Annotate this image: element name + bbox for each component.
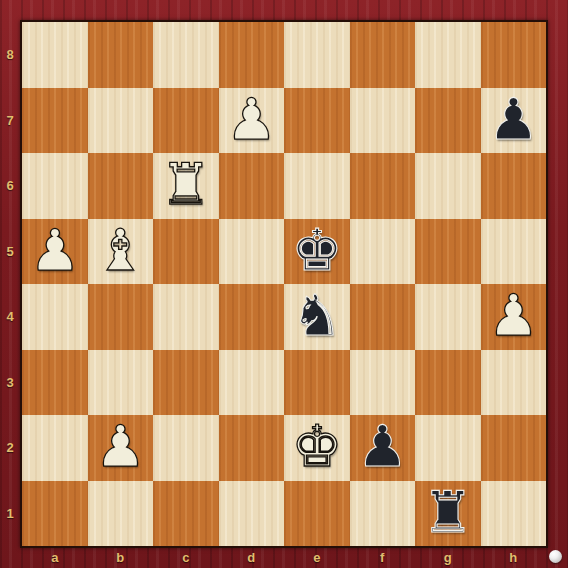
file-label-h: h <box>481 546 547 568</box>
piece-black-knight[interactable]: ♞ <box>291 287 342 344</box>
square-e3[interactable] <box>284 350 350 416</box>
square-g8[interactable] <box>415 22 481 88</box>
white-to-move-indicator <box>549 550 562 563</box>
square-h8[interactable] <box>481 22 547 88</box>
square-g7[interactable] <box>415 88 481 154</box>
square-b4[interactable] <box>88 284 154 350</box>
square-b6[interactable] <box>88 153 154 219</box>
square-c3[interactable] <box>153 350 219 416</box>
square-d7[interactable]: ♟ <box>219 88 285 154</box>
rank-label-5: 5 <box>0 219 20 285</box>
square-e5[interactable]: ♚ <box>284 219 350 285</box>
file-label-c: c <box>153 546 219 568</box>
piece-white-pawn[interactable]: ♟ <box>488 287 539 344</box>
square-e1[interactable] <box>284 481 350 547</box>
piece-white-pawn[interactable]: ♟ <box>95 418 146 475</box>
square-a6[interactable] <box>22 153 88 219</box>
rank-label-7: 7 <box>0 88 20 154</box>
square-c1[interactable] <box>153 481 219 547</box>
square-h4[interactable]: ♟ <box>481 284 547 350</box>
square-f5[interactable] <box>350 219 416 285</box>
square-f7[interactable] <box>350 88 416 154</box>
square-g1[interactable]: ♜ <box>415 481 481 547</box>
chess-board: ♟♟♜♟♝♚♞♟♟♚♟♜ <box>22 22 546 546</box>
square-g6[interactable] <box>415 153 481 219</box>
square-f2[interactable]: ♟ <box>350 415 416 481</box>
square-a4[interactable] <box>22 284 88 350</box>
square-b8[interactable] <box>88 22 154 88</box>
square-b1[interactable] <box>88 481 154 547</box>
piece-white-pawn[interactable]: ♟ <box>226 91 277 148</box>
square-d8[interactable] <box>219 22 285 88</box>
chess-board-frame: ♟♟♜♟♝♚♞♟♟♚♟♜ 87654321 abcdefgh <box>0 0 568 568</box>
square-h7[interactable]: ♟ <box>481 88 547 154</box>
piece-white-pawn[interactable]: ♟ <box>29 222 80 279</box>
square-g4[interactable] <box>415 284 481 350</box>
square-d6[interactable] <box>219 153 285 219</box>
square-e8[interactable] <box>284 22 350 88</box>
piece-white-king[interactable]: ♚ <box>291 418 342 475</box>
square-b3[interactable] <box>88 350 154 416</box>
rank-label-3: 3 <box>0 350 20 416</box>
square-e4[interactable]: ♞ <box>284 284 350 350</box>
square-a2[interactable] <box>22 415 88 481</box>
square-g2[interactable] <box>415 415 481 481</box>
file-label-e: e <box>284 546 350 568</box>
square-f6[interactable] <box>350 153 416 219</box>
rank-label-1: 1 <box>0 481 20 547</box>
square-b5[interactable]: ♝ <box>88 219 154 285</box>
file-label-f: f <box>350 546 416 568</box>
file-label-b: b <box>88 546 154 568</box>
piece-black-pawn[interactable]: ♟ <box>357 418 408 475</box>
rank-label-4: 4 <box>0 284 20 350</box>
file-labels: abcdefgh <box>22 546 546 568</box>
square-d2[interactable] <box>219 415 285 481</box>
piece-white-bishop[interactable]: ♝ <box>95 222 146 279</box>
piece-black-rook[interactable]: ♜ <box>422 484 473 541</box>
square-h2[interactable] <box>481 415 547 481</box>
square-e2[interactable]: ♚ <box>284 415 350 481</box>
square-a7[interactable] <box>22 88 88 154</box>
square-a3[interactable] <box>22 350 88 416</box>
square-h3[interactable] <box>481 350 547 416</box>
square-c6[interactable]: ♜ <box>153 153 219 219</box>
square-g5[interactable] <box>415 219 481 285</box>
square-d4[interactable] <box>219 284 285 350</box>
square-h1[interactable] <box>481 481 547 547</box>
file-label-g: g <box>415 546 481 568</box>
piece-white-rook[interactable]: ♜ <box>160 156 211 213</box>
square-c4[interactable] <box>153 284 219 350</box>
square-e6[interactable] <box>284 153 350 219</box>
square-d1[interactable] <box>219 481 285 547</box>
square-d5[interactable] <box>219 219 285 285</box>
board-outline: ♟♟♜♟♝♚♞♟♟♚♟♜ <box>20 20 548 548</box>
rank-label-2: 2 <box>0 415 20 481</box>
square-d3[interactable] <box>219 350 285 416</box>
square-c2[interactable] <box>153 415 219 481</box>
square-f3[interactable] <box>350 350 416 416</box>
square-b7[interactable] <box>88 88 154 154</box>
piece-black-king[interactable]: ♚ <box>291 222 342 279</box>
rank-label-8: 8 <box>0 22 20 88</box>
square-b2[interactable]: ♟ <box>88 415 154 481</box>
square-a8[interactable] <box>22 22 88 88</box>
square-f1[interactable] <box>350 481 416 547</box>
file-label-d: d <box>219 546 285 568</box>
square-c8[interactable] <box>153 22 219 88</box>
square-h6[interactable] <box>481 153 547 219</box>
square-a1[interactable] <box>22 481 88 547</box>
square-e7[interactable] <box>284 88 350 154</box>
square-f8[interactable] <box>350 22 416 88</box>
file-label-a: a <box>22 546 88 568</box>
piece-black-pawn[interactable]: ♟ <box>488 91 539 148</box>
square-g3[interactable] <box>415 350 481 416</box>
rank-label-6: 6 <box>0 153 20 219</box>
square-c5[interactable] <box>153 219 219 285</box>
square-a5[interactable]: ♟ <box>22 219 88 285</box>
rank-labels: 87654321 <box>0 22 20 546</box>
square-c7[interactable] <box>153 88 219 154</box>
square-f4[interactable] <box>350 284 416 350</box>
square-h5[interactable] <box>481 219 547 285</box>
